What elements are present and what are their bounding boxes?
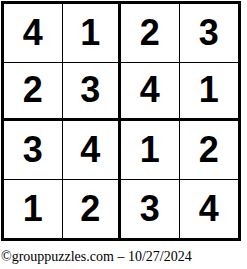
cell-r3c2: 4 xyxy=(63,121,122,180)
puzzle-page: 4123234134121234 ©grouppuzzles.com – 10/… xyxy=(0,0,247,269)
cell-r2c3: 4 xyxy=(121,63,180,122)
cell-r1c3: 2 xyxy=(121,4,180,63)
copyright-text: ©grouppuzzles.com – 10/27/2024 xyxy=(1,249,192,265)
cell-r2c2: 3 xyxy=(63,63,122,122)
cell-r4c2: 2 xyxy=(63,180,122,239)
sudoku-board: 4123234134121234 xyxy=(1,1,241,241)
cell-r4c1: 1 xyxy=(4,180,63,239)
cell-r1c4: 3 xyxy=(180,4,239,63)
cell-r3c3: 1 xyxy=(121,121,180,180)
cell-r1c1: 4 xyxy=(4,4,63,63)
cell-r2c1: 2 xyxy=(4,63,63,122)
cell-r2c4: 1 xyxy=(180,63,239,122)
cell-r1c2: 1 xyxy=(63,4,122,63)
cell-r4c3: 3 xyxy=(121,180,180,239)
cell-r3c1: 3 xyxy=(4,121,63,180)
cell-r4c4: 4 xyxy=(180,180,239,239)
cell-r3c4: 2 xyxy=(180,121,239,180)
